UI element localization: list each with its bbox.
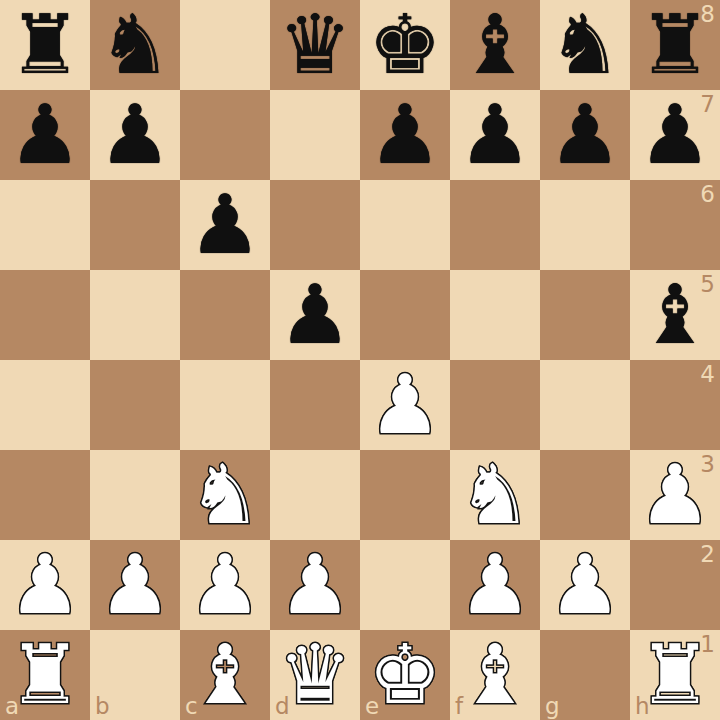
square-b1[interactable]: b <box>90 630 180 720</box>
square-h7[interactable]: ♟7 <box>630 90 720 180</box>
square-b5[interactable] <box>90 270 180 360</box>
chess-board: ♜♞♛♚♝♞♜8♟♟♟♟♟♟7♟6♟♝5♟4♞♞♟3♟♟♟♟♟♟2♜ab♝c♛d… <box>0 0 720 720</box>
square-a5[interactable] <box>0 270 90 360</box>
piece-white-pawn-e4[interactable]: ♟ <box>368 360 442 450</box>
square-d7[interactable] <box>270 90 360 180</box>
square-d4[interactable] <box>270 360 360 450</box>
piece-white-pawn-f2[interactable]: ♟ <box>458 540 532 630</box>
square-b3[interactable] <box>90 450 180 540</box>
square-f3[interactable]: ♞ <box>450 450 540 540</box>
piece-black-knight-b8[interactable]: ♞ <box>98 0 172 90</box>
square-b8[interactable]: ♞ <box>90 0 180 90</box>
rank-label-6: 6 <box>700 183 715 206</box>
square-e1[interactable]: ♚e <box>360 630 450 720</box>
square-h6[interactable]: 6 <box>630 180 720 270</box>
square-g4[interactable] <box>540 360 630 450</box>
piece-white-pawn-a2[interactable]: ♟ <box>8 540 82 630</box>
square-f7[interactable]: ♟ <box>450 90 540 180</box>
piece-black-knight-g8[interactable]: ♞ <box>548 0 622 90</box>
piece-black-rook-a8[interactable]: ♜ <box>8 0 82 90</box>
square-c8[interactable] <box>180 0 270 90</box>
square-f4[interactable] <box>450 360 540 450</box>
rank-label-2: 2 <box>700 543 715 566</box>
square-b4[interactable] <box>90 360 180 450</box>
square-a1[interactable]: ♜a <box>0 630 90 720</box>
piece-white-rook-a1[interactable]: ♜ <box>8 630 82 720</box>
square-h2[interactable]: 2 <box>630 540 720 630</box>
piece-black-pawn-b7[interactable]: ♟ <box>98 90 172 180</box>
square-g1[interactable]: g <box>540 630 630 720</box>
square-e4[interactable]: ♟ <box>360 360 450 450</box>
square-a2[interactable]: ♟ <box>0 540 90 630</box>
square-f2[interactable]: ♟ <box>450 540 540 630</box>
square-b7[interactable]: ♟ <box>90 90 180 180</box>
square-f8[interactable]: ♝ <box>450 0 540 90</box>
rank-label-8: 8 <box>700 3 715 26</box>
square-e6[interactable] <box>360 180 450 270</box>
rank-label-1: 1 <box>700 633 715 656</box>
piece-black-pawn-d5[interactable]: ♟ <box>278 270 352 360</box>
piece-black-pawn-c6[interactable]: ♟ <box>188 180 262 270</box>
square-a4[interactable] <box>0 360 90 450</box>
file-label-g: g <box>545 695 560 718</box>
square-g3[interactable] <box>540 450 630 540</box>
piece-white-pawn-g2[interactable]: ♟ <box>548 540 622 630</box>
square-a6[interactable] <box>0 180 90 270</box>
rank-label-5: 5 <box>700 273 715 296</box>
square-d8[interactable]: ♛ <box>270 0 360 90</box>
square-h5[interactable]: ♝5 <box>630 270 720 360</box>
square-b2[interactable]: ♟ <box>90 540 180 630</box>
square-g2[interactable]: ♟ <box>540 540 630 630</box>
square-d2[interactable]: ♟ <box>270 540 360 630</box>
square-h1[interactable]: ♜1h <box>630 630 720 720</box>
piece-white-bishop-c1[interactable]: ♝ <box>188 630 262 720</box>
square-f5[interactable] <box>450 270 540 360</box>
square-c7[interactable] <box>180 90 270 180</box>
square-d1[interactable]: ♛d <box>270 630 360 720</box>
piece-black-king-e8[interactable]: ♚ <box>368 0 442 90</box>
square-e5[interactable] <box>360 270 450 360</box>
square-c2[interactable]: ♟ <box>180 540 270 630</box>
square-d5[interactable]: ♟ <box>270 270 360 360</box>
square-g7[interactable]: ♟ <box>540 90 630 180</box>
square-f1[interactable]: ♝f <box>450 630 540 720</box>
piece-white-knight-c3[interactable]: ♞ <box>188 450 262 540</box>
square-f6[interactable] <box>450 180 540 270</box>
square-d3[interactable] <box>270 450 360 540</box>
square-c5[interactable] <box>180 270 270 360</box>
square-e8[interactable]: ♚ <box>360 0 450 90</box>
square-c1[interactable]: ♝c <box>180 630 270 720</box>
piece-black-pawn-g7[interactable]: ♟ <box>548 90 622 180</box>
piece-black-queen-d8[interactable]: ♛ <box>278 0 352 90</box>
file-label-c: c <box>185 695 198 718</box>
square-c4[interactable] <box>180 360 270 450</box>
square-a7[interactable]: ♟ <box>0 90 90 180</box>
rank-label-7: 7 <box>700 93 715 116</box>
file-label-d: d <box>275 695 290 718</box>
file-label-h: h <box>635 695 650 718</box>
rank-label-4: 4 <box>700 363 715 386</box>
file-label-a: a <box>5 695 19 718</box>
square-c3[interactable]: ♞ <box>180 450 270 540</box>
square-e7[interactable]: ♟ <box>360 90 450 180</box>
piece-black-pawn-a7[interactable]: ♟ <box>8 90 82 180</box>
square-c6[interactable]: ♟ <box>180 180 270 270</box>
square-g6[interactable] <box>540 180 630 270</box>
square-e2[interactable] <box>360 540 450 630</box>
square-h4[interactable]: 4 <box>630 360 720 450</box>
square-h3[interactable]: ♟3 <box>630 450 720 540</box>
piece-white-pawn-b2[interactable]: ♟ <box>98 540 172 630</box>
square-a3[interactable] <box>0 450 90 540</box>
piece-black-pawn-f7[interactable]: ♟ <box>458 90 532 180</box>
file-label-b: b <box>95 695 110 718</box>
piece-black-pawn-e7[interactable]: ♟ <box>368 90 442 180</box>
piece-white-knight-f3[interactable]: ♞ <box>458 450 532 540</box>
square-e3[interactable] <box>360 450 450 540</box>
square-b6[interactable] <box>90 180 180 270</box>
square-a8[interactable]: ♜ <box>0 0 90 90</box>
piece-white-bishop-f1[interactable]: ♝ <box>458 630 532 720</box>
square-h8[interactable]: ♜8 <box>630 0 720 90</box>
square-d6[interactable] <box>270 180 360 270</box>
piece-white-king-e1[interactable]: ♚ <box>368 630 442 720</box>
file-label-e: e <box>365 695 379 718</box>
square-g5[interactable] <box>540 270 630 360</box>
piece-black-bishop-f8[interactable]: ♝ <box>458 0 532 90</box>
piece-white-pawn-d2[interactable]: ♟ <box>278 540 352 630</box>
file-label-f: f <box>455 695 463 718</box>
rank-label-3: 3 <box>700 453 715 476</box>
square-g8[interactable]: ♞ <box>540 0 630 90</box>
piece-white-pawn-c2[interactable]: ♟ <box>188 540 262 630</box>
